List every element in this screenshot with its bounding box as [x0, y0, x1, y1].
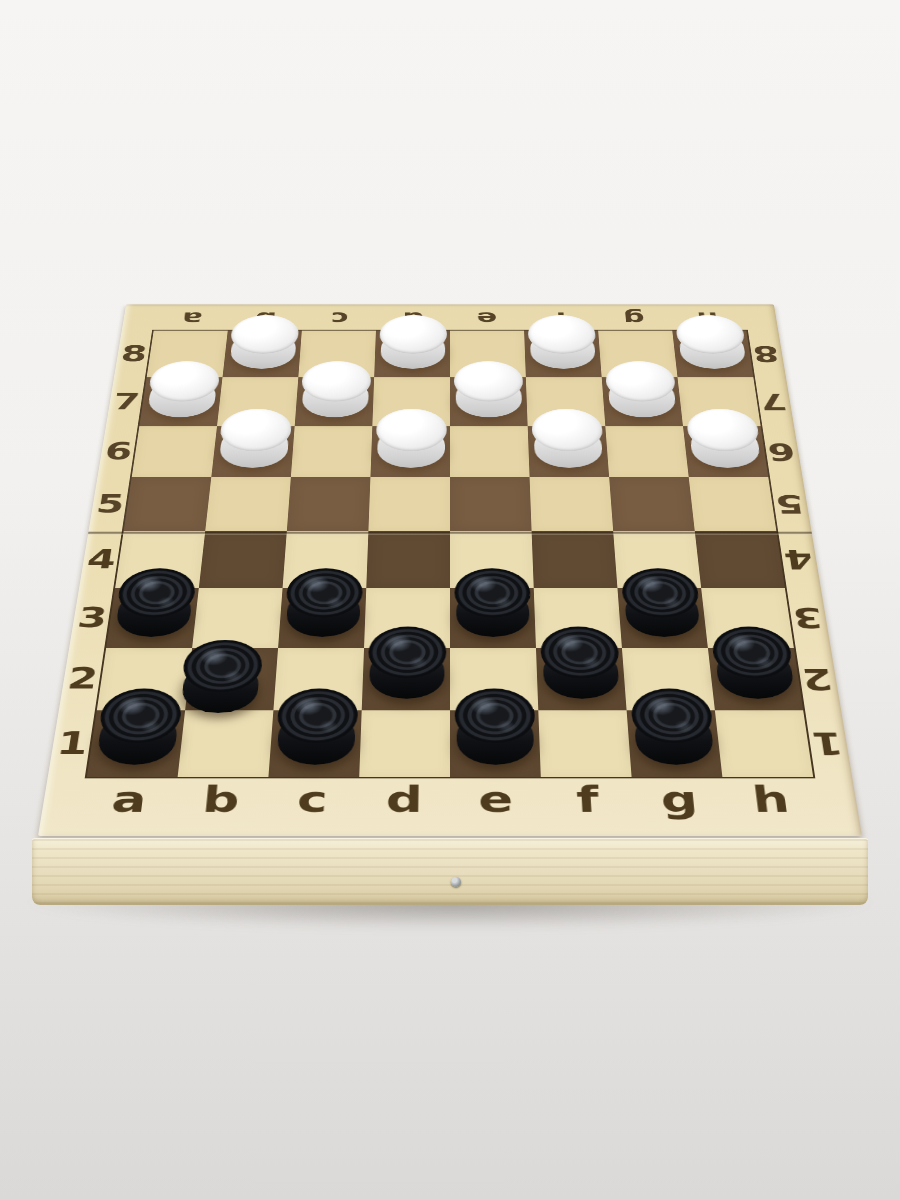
piece-white-d6[interactable] — [375, 409, 447, 469]
piece-white-c7[interactable] — [299, 361, 371, 418]
box-front-edge — [32, 838, 868, 905]
piece-white-a7[interactable] — [144, 361, 220, 418]
white-man-top — [454, 361, 523, 401]
file-labels-bottom: abcdefgh — [78, 777, 822, 836]
piece-black-e3[interactable] — [454, 568, 531, 638]
piece-white-e7[interactable] — [454, 361, 524, 418]
clasp-screw-icon — [451, 877, 461, 887]
white-man-top — [375, 409, 446, 451]
photo-scene: abcdefgh abcdefgh 87654321 87654321 — [0, 0, 900, 1200]
piece-black-c1[interactable] — [274, 689, 359, 767]
coordinate-label: b — [173, 777, 268, 817]
piece-black-g1[interactable] — [629, 689, 717, 767]
piece-white-d8[interactable] — [378, 315, 446, 370]
coordinate-label: e — [450, 777, 542, 817]
coordinate-label: h — [722, 777, 819, 817]
piece-black-a1[interactable] — [93, 689, 183, 767]
coordinate-label: c — [265, 777, 359, 817]
piece-black-b2[interactable] — [178, 640, 264, 714]
board-perspective-wrapper: abcdefgh abcdefgh 87654321 87654321 — [38, 304, 862, 836]
coordinate-label: f — [541, 777, 635, 817]
piece-black-e1[interactable] — [454, 689, 536, 767]
piece-black-c3[interactable] — [283, 568, 363, 638]
piece-white-f6[interactable] — [531, 409, 605, 469]
piece-white-f8[interactable] — [527, 315, 597, 370]
piece-black-a3[interactable] — [112, 568, 197, 638]
piece-white-g7[interactable] — [604, 361, 678, 418]
piece-black-h2[interactable] — [710, 627, 798, 700]
piece-white-h8[interactable] — [674, 315, 748, 370]
black-man-top — [367, 627, 446, 679]
pieces-layer — [87, 331, 813, 777]
black-man-top — [454, 689, 535, 744]
coordinate-label: a — [81, 777, 178, 817]
black-man-top — [454, 568, 531, 617]
coordinate-label: d — [358, 777, 450, 817]
white-man-top — [379, 315, 447, 353]
piece-white-b6[interactable] — [216, 409, 292, 469]
piece-black-f2[interactable] — [539, 627, 621, 700]
piece-black-d2[interactable] — [366, 627, 446, 700]
piece-white-b8[interactable] — [227, 315, 299, 370]
coordinate-label: g — [632, 777, 727, 817]
piece-white-h6[interactable] — [685, 409, 763, 469]
piece-black-g3[interactable] — [620, 568, 703, 638]
checkers-board: abcdefgh abcdefgh 87654321 87654321 — [38, 304, 862, 836]
